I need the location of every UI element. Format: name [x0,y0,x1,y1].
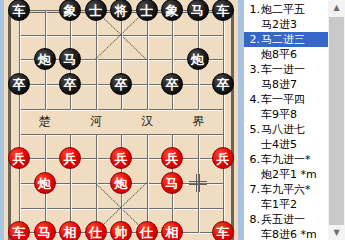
move-row-7[interactable]: 4.车一平四 [244,92,328,107]
piece-red-帅[interactable]: 帅 [110,221,132,240]
move-number: 2. [244,32,260,47]
piece-black-车[interactable]: 车 [8,0,30,21]
move-text: 炮8平6 [260,47,297,62]
move-number: 7. [244,182,260,197]
move-row-13[interactable]: 7.车九平六* [244,182,328,197]
move-row-8[interactable]: 车9平8 [244,107,328,122]
piece-black-马[interactable]: 马 [187,0,209,21]
piece-red-马[interactable]: 马 [161,172,183,194]
move-row-10[interactable]: 士4进5 [244,137,328,152]
move-row-14[interactable]: 车1平2 [244,197,328,212]
crosshair-cursor-icon [189,174,207,192]
move-number: 8. [244,212,260,227]
move-text: 马八进七 [260,122,305,137]
move-list-scrollbar[interactable]: ▲ ▼ [328,0,345,240]
river-label: 河 [89,113,102,130]
move-text: 车9平8 [260,107,297,122]
move-text: 炮2平1 *m [260,167,317,182]
move-number [244,17,260,32]
piece-red-相[interactable]: 相 [161,221,183,240]
piece-red-车[interactable]: 车 [8,221,30,240]
move-number: 5. [244,122,260,137]
move-text: 车九进一* [260,152,311,167]
scrollbar-thumb[interactable] [329,17,344,225]
move-row-3[interactable]: 2.马二进三 [244,32,328,47]
river-band: 楚河汉界 [19,109,224,133]
move-row-5[interactable]: 3.车一进一 [244,62,328,77]
piece-black-士[interactable]: 士 [136,0,158,21]
piece-black-象[interactable]: 象 [59,0,81,21]
piece-red-仕[interactable]: 仕 [85,221,107,240]
piece-black-车[interactable]: 车 [212,0,234,21]
piece-red-炮[interactable]: 炮 [34,172,56,194]
piece-black-炮[interactable]: 炮 [187,48,209,70]
move-number: 1. [244,2,260,17]
river-label: 楚 [38,113,51,130]
move-number: 3. [244,62,260,77]
piece-black-卒[interactable]: 卒 [110,73,132,95]
board-panel: 楚河汉界 车象士将士象马车炮马炮卒卒卒卒卒兵兵兵兵兵炮炮马车马相仕帅仕相车 [0,0,244,240]
move-number [244,167,260,182]
piece-black-卒[interactable]: 卒 [161,73,183,95]
move-row-16[interactable]: 车8进6 *m [244,227,328,240]
piece-black-将[interactable]: 将 [110,0,132,21]
piece-black-象[interactable]: 象 [161,0,183,21]
piece-red-仕[interactable]: 仕 [136,221,158,240]
move-number [244,137,260,152]
xiangqi-app-window: 楚河汉界 车象士将士象马车炮马炮卒卒卒卒卒兵兵兵兵兵炮炮马车马相仕帅仕相车 1.… [0,0,345,240]
move-number [244,197,260,212]
move-text: 兵五进一 [260,212,305,227]
xiangqi-board[interactable]: 楚河汉界 车象士将士象马车炮马炮卒卒卒卒卒兵兵兵兵兵炮炮马车马相仕帅仕相车 [4,0,238,240]
move-text: 车1平2 [260,197,297,212]
piece-black-炮[interactable]: 炮 [34,48,56,70]
move-number: 6. [244,152,260,167]
move-row-15[interactable]: 8.兵五进一 [244,212,328,227]
piece-red-车[interactable]: 车 [212,221,234,240]
piece-black-卒[interactable]: 卒 [59,73,81,95]
move-text: 马8进7 [260,77,297,92]
piece-red-相[interactable]: 相 [59,221,81,240]
move-row-6[interactable]: 马8进7 [244,77,328,92]
river-label: 界 [192,113,205,130]
move-row-12[interactable]: 炮2平1 *m [244,167,328,182]
move-text: 车九平六* [260,182,311,197]
scrollbar-down-arrow-icon[interactable]: ▼ [328,225,345,240]
move-row-1[interactable]: 1.炮二平五 [244,2,328,17]
move-text: 马二进三 [260,32,305,47]
move-number [244,47,260,62]
piece-black-士[interactable]: 士 [85,0,107,21]
move-text: 车一进一 [260,62,305,77]
move-text: 炮二平五 [260,2,305,17]
move-text: 车8进6 *m [260,227,317,240]
move-row-9[interactable]: 5.马八进七 [244,122,328,137]
move-row-4[interactable]: 炮8平6 [244,47,328,62]
move-list: 1.炮二平五马2进32.马二进三炮8平63.车一进一马8进74.车一平四车9平8… [244,0,328,240]
move-number [244,227,260,240]
scrollbar-up-arrow-icon[interactable]: ▲ [328,0,345,15]
piece-black-卒[interactable]: 卒 [212,73,234,95]
move-text: 马2进3 [260,17,297,32]
move-text: 车一平四 [260,92,305,107]
move-number: 4. [244,92,260,107]
piece-black-卒[interactable]: 卒 [8,73,30,95]
piece-red-炮[interactable]: 炮 [110,172,132,194]
piece-red-马[interactable]: 马 [34,221,56,240]
move-number [244,107,260,122]
river-label: 汉 [141,113,154,130]
move-row-11[interactable]: 6.车九进一* [244,152,328,167]
move-number [244,77,260,92]
move-text: 士4进5 [260,137,297,152]
move-row-2[interactable]: 马2进3 [244,17,328,32]
